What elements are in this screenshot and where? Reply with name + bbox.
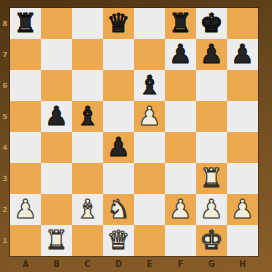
- file-label-e: E: [134, 256, 165, 272]
- file-label-a: A: [10, 256, 41, 272]
- square-c3[interactable]: [72, 163, 103, 194]
- square-c6[interactable]: [72, 70, 103, 101]
- square-f8[interactable]: ♜: [165, 8, 196, 39]
- file-labels: ABCDEFGH: [10, 256, 258, 272]
- square-g4[interactable]: [196, 132, 227, 163]
- square-f5[interactable]: [165, 101, 196, 132]
- black-rook-f8: ♜: [165, 8, 196, 39]
- black-pawn-d4: ♟: [103, 132, 134, 163]
- chess-board: ♜♛♜♚♟♟♟♝♟♝♟♟♜♟♝♞♟♟♟♜♛♚: [10, 8, 258, 256]
- square-d5[interactable]: [103, 101, 134, 132]
- square-c5[interactable]: ♝: [72, 101, 103, 132]
- square-h2[interactable]: ♟: [227, 194, 258, 225]
- white-bishop-c2: ♝: [72, 194, 103, 225]
- square-d3[interactable]: [103, 163, 134, 194]
- square-e7[interactable]: [134, 39, 165, 70]
- square-e3[interactable]: [134, 163, 165, 194]
- square-a4[interactable]: [10, 132, 41, 163]
- rank-label-8: 8: [0, 8, 10, 39]
- file-label-f: F: [165, 256, 196, 272]
- black-king-g8: ♚: [196, 8, 227, 39]
- square-c8[interactable]: [72, 8, 103, 39]
- white-pawn-a2: ♟: [10, 194, 41, 225]
- square-f4[interactable]: [165, 132, 196, 163]
- square-e2[interactable]: [134, 194, 165, 225]
- file-label-d: D: [103, 256, 134, 272]
- square-b1[interactable]: ♜: [41, 225, 72, 256]
- black-queen-d8: ♛: [103, 8, 134, 39]
- square-d7[interactable]: [103, 39, 134, 70]
- square-a1[interactable]: [10, 225, 41, 256]
- black-pawn-f7: ♟: [165, 39, 196, 70]
- square-a5[interactable]: [10, 101, 41, 132]
- square-b3[interactable]: [41, 163, 72, 194]
- square-a8[interactable]: ♜: [10, 8, 41, 39]
- square-g6[interactable]: [196, 70, 227, 101]
- square-e8[interactable]: [134, 8, 165, 39]
- square-f6[interactable]: [165, 70, 196, 101]
- square-h5[interactable]: [227, 101, 258, 132]
- square-g1[interactable]: ♚: [196, 225, 227, 256]
- file-label-g: G: [196, 256, 227, 272]
- square-c2[interactable]: ♝: [72, 194, 103, 225]
- black-pawn-h7: ♟: [227, 39, 258, 70]
- square-h8[interactable]: [227, 8, 258, 39]
- square-c7[interactable]: [72, 39, 103, 70]
- white-king-g1: ♚: [196, 225, 227, 256]
- square-b5[interactable]: ♟: [41, 101, 72, 132]
- white-knight-d2: ♞: [103, 194, 134, 225]
- white-queen-d1: ♛: [103, 225, 134, 256]
- square-f7[interactable]: ♟: [165, 39, 196, 70]
- file-label-c: C: [72, 256, 103, 272]
- rank-label-5: 5: [0, 101, 10, 132]
- rank-label-2: 2: [0, 194, 10, 225]
- square-d8[interactable]: ♛: [103, 8, 134, 39]
- white-pawn-e5: ♟: [134, 101, 165, 132]
- square-b4[interactable]: [41, 132, 72, 163]
- rank-label-6: 6: [0, 70, 10, 101]
- square-f1[interactable]: [165, 225, 196, 256]
- black-rook-a8: ♜: [10, 8, 41, 39]
- square-c4[interactable]: [72, 132, 103, 163]
- square-g5[interactable]: [196, 101, 227, 132]
- rank-label-7: 7: [0, 39, 10, 70]
- square-d4[interactable]: ♟: [103, 132, 134, 163]
- black-pawn-g7: ♟: [196, 39, 227, 70]
- white-pawn-g2: ♟: [196, 194, 227, 225]
- square-h7[interactable]: ♟: [227, 39, 258, 70]
- square-d6[interactable]: [103, 70, 134, 101]
- square-e5[interactable]: ♟: [134, 101, 165, 132]
- square-e6[interactable]: ♝: [134, 70, 165, 101]
- square-b2[interactable]: [41, 194, 72, 225]
- white-rook-b1: ♜: [41, 225, 72, 256]
- square-h4[interactable]: [227, 132, 258, 163]
- square-e4[interactable]: [134, 132, 165, 163]
- square-d1[interactable]: ♛: [103, 225, 134, 256]
- rank-label-3: 3: [0, 163, 10, 194]
- square-h3[interactable]: [227, 163, 258, 194]
- chess-board-frame: 87654321 ♜♛♜♚♟♟♟♝♟♝♟♟♜♟♝♞♟♟♟♜♛♚ ABCDEFGH: [0, 0, 272, 272]
- square-d2[interactable]: ♞: [103, 194, 134, 225]
- square-a7[interactable]: [10, 39, 41, 70]
- rank-label-4: 4: [0, 132, 10, 163]
- square-h1[interactable]: [227, 225, 258, 256]
- white-pawn-f2: ♟: [165, 194, 196, 225]
- square-c1[interactable]: [72, 225, 103, 256]
- square-a3[interactable]: [10, 163, 41, 194]
- square-a6[interactable]: [10, 70, 41, 101]
- square-g2[interactable]: ♟: [196, 194, 227, 225]
- square-g8[interactable]: ♚: [196, 8, 227, 39]
- square-b7[interactable]: [41, 39, 72, 70]
- square-e1[interactable]: [134, 225, 165, 256]
- square-b6[interactable]: [41, 70, 72, 101]
- square-g3[interactable]: ♜: [196, 163, 227, 194]
- square-f3[interactable]: [165, 163, 196, 194]
- square-g7[interactable]: ♟: [196, 39, 227, 70]
- black-pawn-b5: ♟: [41, 101, 72, 132]
- square-h6[interactable]: [227, 70, 258, 101]
- square-a2[interactable]: ♟: [10, 194, 41, 225]
- rank-labels: 87654321: [0, 8, 10, 256]
- square-b8[interactable]: [41, 8, 72, 39]
- black-bishop-c5: ♝: [72, 101, 103, 132]
- rank-label-1: 1: [0, 225, 10, 256]
- white-rook-g3: ♜: [196, 163, 227, 194]
- black-bishop-e6: ♝: [134, 70, 165, 101]
- file-label-h: H: [227, 256, 258, 272]
- square-f2[interactable]: ♟: [165, 194, 196, 225]
- file-label-b: B: [41, 256, 72, 272]
- white-pawn-h2: ♟: [227, 194, 258, 225]
